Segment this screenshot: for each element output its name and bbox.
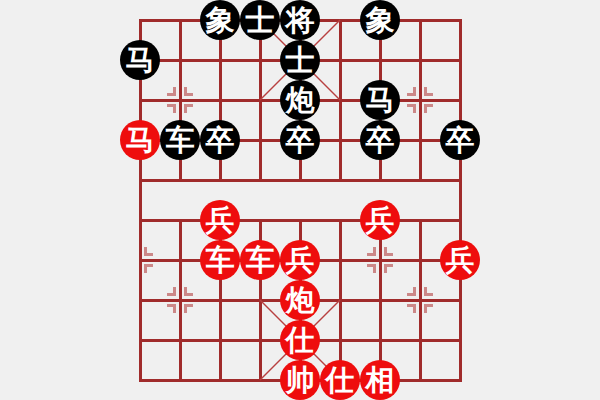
grid-line	[419, 219, 422, 382]
point-marker	[167, 87, 176, 96]
piece-red-chariot[interactable]: 车	[240, 240, 280, 280]
piece-red-general[interactable]: 帅	[280, 360, 320, 400]
piece-black-soldier[interactable]: 卒	[200, 120, 240, 160]
piece-black-horse[interactable]: 马	[120, 40, 160, 80]
point-marker	[184, 287, 193, 296]
point-marker	[167, 287, 176, 296]
point-marker	[384, 264, 393, 273]
point-marker	[144, 264, 153, 273]
point-marker	[367, 247, 376, 256]
grid-line	[339, 219, 342, 382]
point-marker	[167, 104, 176, 113]
point-marker	[407, 104, 416, 113]
piece-red-advisor[interactable]: 仕	[280, 320, 320, 360]
point-marker	[184, 304, 193, 313]
piece-red-cannon[interactable]: 炮	[280, 280, 320, 320]
grid-line	[179, 219, 182, 382]
piece-red-horse[interactable]: 马	[120, 120, 160, 160]
point-marker	[167, 304, 176, 313]
piece-red-soldier[interactable]: 兵	[360, 200, 400, 240]
point-marker	[144, 247, 153, 256]
piece-black-elephant[interactable]: 象	[360, 0, 400, 40]
grid-line	[259, 19, 262, 182]
piece-black-cannon[interactable]: 炮	[280, 80, 320, 120]
point-marker	[424, 304, 433, 313]
piece-red-advisor[interactable]: 仕	[320, 360, 360, 400]
piece-red-soldier[interactable]: 兵	[200, 200, 240, 240]
grid-line	[379, 219, 382, 382]
xiangqi-board[interactable]: 象士将象马士炮马马车卒卒卒卒兵兵车车兵兵炮仕帅仕相	[0, 0, 600, 400]
piece-red-soldier[interactable]: 兵	[280, 240, 320, 280]
point-marker	[367, 264, 376, 273]
point-marker	[407, 304, 416, 313]
piece-black-soldier[interactable]: 卒	[280, 120, 320, 160]
grid-line	[459, 19, 462, 382]
piece-black-chariot[interactable]: 车	[160, 120, 200, 160]
point-marker	[407, 87, 416, 96]
piece-black-general[interactable]: 将	[280, 0, 320, 40]
point-marker	[184, 104, 193, 113]
point-marker	[407, 287, 416, 296]
grid-line	[419, 19, 422, 182]
xiangqi-screenshot: 象士将象马士炮马马车卒卒卒卒兵兵车车兵兵炮仕帅仕相	[0, 0, 600, 400]
piece-black-soldier[interactable]: 卒	[440, 120, 480, 160]
piece-black-elephant[interactable]: 象	[200, 0, 240, 40]
point-marker	[424, 287, 433, 296]
piece-black-advisor[interactable]: 士	[280, 40, 320, 80]
point-marker	[184, 87, 193, 96]
piece-red-soldier[interactable]: 兵	[440, 240, 480, 280]
piece-black-horse[interactable]: 马	[360, 80, 400, 120]
point-marker	[384, 247, 393, 256]
grid-line	[339, 19, 342, 182]
point-marker	[424, 104, 433, 113]
piece-black-soldier[interactable]: 卒	[360, 120, 400, 160]
point-marker	[424, 87, 433, 96]
piece-red-elephant[interactable]: 相	[360, 360, 400, 400]
piece-black-advisor[interactable]: 士	[240, 0, 280, 40]
piece-red-chariot[interactable]: 车	[200, 240, 240, 280]
